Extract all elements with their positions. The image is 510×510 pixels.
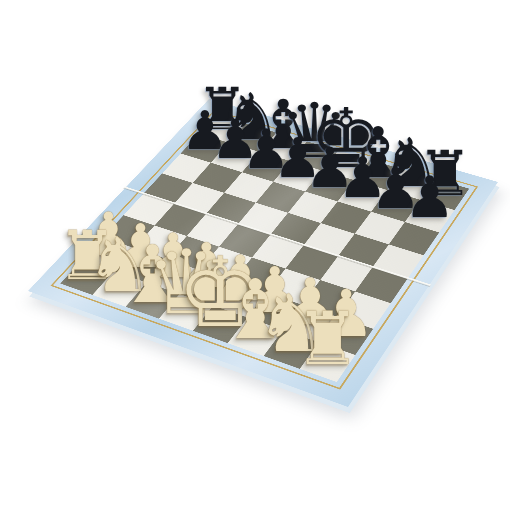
chess-set-photo: ♜♞♝♛♚♝♞♜♟♟♟♟♟♟♟♟♟♟♟♟♟♟♟♟♜♞♝♛♚♝♞♜ <box>0 0 510 510</box>
black-pawn-h7: ♟ <box>404 169 455 226</box>
pieces-layer: ♜♞♝♛♚♝♞♜♟♟♟♟♟♟♟♟♟♟♟♟♟♟♟♟♜♞♝♛♚♝♞♜ <box>0 0 510 510</box>
white-rook-h1: ♜ <box>295 302 361 375</box>
